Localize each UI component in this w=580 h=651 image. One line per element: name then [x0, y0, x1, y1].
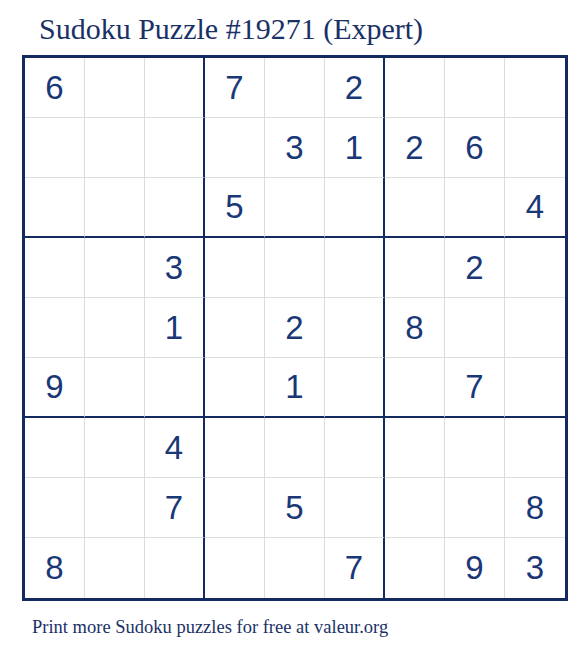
cell-r5c3: 1 [145, 298, 205, 358]
cell-r2c5: 3 [265, 118, 325, 178]
cell-r2c6: 1 [325, 118, 385, 178]
cell-r4c2 [85, 238, 145, 298]
footer-text: Print more Sudoku puzzles for free at va… [32, 615, 388, 639]
cell-r3c5 [265, 178, 325, 238]
cell-r4c1 [25, 238, 85, 298]
cell-r9c2 [85, 538, 145, 598]
cell-r7c1 [25, 418, 85, 478]
cell-r8c5: 5 [265, 478, 325, 538]
cell-r6c3 [145, 358, 205, 418]
sudoku-page: Sudoku Puzzle #19271 (Expert) 6723126543… [0, 0, 580, 651]
cell-r2c1 [25, 118, 85, 178]
cell-r5c6 [325, 298, 385, 358]
cell-r3c2 [85, 178, 145, 238]
cell-r5c4 [205, 298, 265, 358]
cell-r7c2 [85, 418, 145, 478]
cell-r9c4 [205, 538, 265, 598]
cell-r9c1: 8 [25, 538, 85, 598]
cell-r7c6 [325, 418, 385, 478]
cell-r8c9: 8 [505, 478, 565, 538]
cell-r2c9 [505, 118, 565, 178]
cell-r2c4 [205, 118, 265, 178]
cell-r8c2 [85, 478, 145, 538]
cell-r1c3 [145, 58, 205, 118]
cell-r2c2 [85, 118, 145, 178]
cell-r7c7 [385, 418, 445, 478]
cell-r7c3: 4 [145, 418, 205, 478]
cell-r6c4 [205, 358, 265, 418]
cell-r8c7 [385, 478, 445, 538]
cell-r5c9 [505, 298, 565, 358]
cell-r3c7 [385, 178, 445, 238]
cell-r7c5 [265, 418, 325, 478]
cell-r1c2 [85, 58, 145, 118]
cell-r3c1 [25, 178, 85, 238]
cell-r4c6 [325, 238, 385, 298]
cell-r9c8: 9 [445, 538, 505, 598]
cell-r6c6 [325, 358, 385, 418]
cell-r7c8 [445, 418, 505, 478]
cell-r8c8 [445, 478, 505, 538]
page-title: Sudoku Puzzle #19271 (Expert) [39, 12, 423, 46]
cell-r7c4 [205, 418, 265, 478]
sudoku-grid: 6723126543212891747588793 [22, 55, 568, 601]
cell-r1c4: 7 [205, 58, 265, 118]
cell-r6c1: 9 [25, 358, 85, 418]
cell-r4c7 [385, 238, 445, 298]
cell-r4c9 [505, 238, 565, 298]
cell-r4c5 [265, 238, 325, 298]
cell-r3c6 [325, 178, 385, 238]
cell-r4c3: 3 [145, 238, 205, 298]
cell-r1c9 [505, 58, 565, 118]
cell-r1c6: 2 [325, 58, 385, 118]
cell-r6c7 [385, 358, 445, 418]
cell-r6c9 [505, 358, 565, 418]
cell-r9c6: 7 [325, 538, 385, 598]
cell-r1c8 [445, 58, 505, 118]
cell-r4c8: 2 [445, 238, 505, 298]
cell-r9c3 [145, 538, 205, 598]
cell-r2c3 [145, 118, 205, 178]
cell-r3c4: 5 [205, 178, 265, 238]
cell-r9c9: 3 [505, 538, 565, 598]
cell-r4c4 [205, 238, 265, 298]
cell-r5c7: 8 [385, 298, 445, 358]
cell-r5c1 [25, 298, 85, 358]
cell-r8c1 [25, 478, 85, 538]
cell-r6c8: 7 [445, 358, 505, 418]
cell-r1c1: 6 [25, 58, 85, 118]
cell-r9c7 [385, 538, 445, 598]
cell-r5c5: 2 [265, 298, 325, 358]
cell-r9c5 [265, 538, 325, 598]
cell-r8c3: 7 [145, 478, 205, 538]
cell-r8c4 [205, 478, 265, 538]
cell-r2c7: 2 [385, 118, 445, 178]
cell-r2c8: 6 [445, 118, 505, 178]
cell-r8c6 [325, 478, 385, 538]
cell-r3c8 [445, 178, 505, 238]
cell-r6c5: 1 [265, 358, 325, 418]
cell-r5c2 [85, 298, 145, 358]
cell-r1c7 [385, 58, 445, 118]
cell-r3c3 [145, 178, 205, 238]
cell-r3c9: 4 [505, 178, 565, 238]
cell-r1c5 [265, 58, 325, 118]
cell-r7c9 [505, 418, 565, 478]
cell-r5c8 [445, 298, 505, 358]
cell-r6c2 [85, 358, 145, 418]
